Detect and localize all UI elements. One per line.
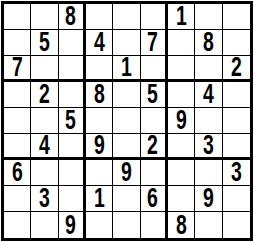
cell-r1c8[interactable] <box>195 4 222 30</box>
cell-r3c1[interactable]: 7 <box>4 56 31 82</box>
cell-r1c1[interactable] <box>4 4 31 30</box>
given-digit: 7 <box>147 30 158 56</box>
given-digit: 8 <box>65 4 76 30</box>
cell-r8c4[interactable]: 1 <box>86 186 113 212</box>
given-digit: 7 <box>12 56 23 81</box>
cell-r3c8[interactable] <box>195 56 222 82</box>
cell-r2c1[interactable] <box>4 30 31 56</box>
cell-r7c2[interactable] <box>31 160 58 186</box>
given-digit: 4 <box>39 134 50 159</box>
given-digit: 5 <box>65 108 76 134</box>
cell-r9c4[interactable] <box>86 212 113 238</box>
cell-r6c6[interactable]: 2 <box>141 134 168 160</box>
cell-r5c3[interactable]: 5 <box>59 108 86 134</box>
cell-r2c8[interactable]: 8 <box>195 30 222 56</box>
cell-r6c2[interactable]: 4 <box>31 134 58 160</box>
cell-r5c7[interactable]: 9 <box>168 108 195 134</box>
given-digit: 6 <box>12 160 23 186</box>
sudoku-page: 8154787122854594923693316998 <box>0 0 254 242</box>
cell-r8c9[interactable] <box>223 186 250 212</box>
given-digit: 3 <box>203 134 214 159</box>
given-digit: 5 <box>147 82 158 108</box>
cell-r1c5[interactable] <box>113 4 140 30</box>
cell-r7c9[interactable]: 3 <box>223 160 250 186</box>
cell-r9c8[interactable] <box>195 212 222 238</box>
cell-r2c2[interactable]: 5 <box>31 30 58 56</box>
cell-r9c2[interactable] <box>31 212 58 238</box>
cell-r7c1[interactable]: 6 <box>4 160 31 186</box>
cell-r4c2[interactable]: 2 <box>31 82 58 108</box>
given-digit: 9 <box>121 160 132 186</box>
given-digit: 4 <box>203 82 214 108</box>
cell-r7c8[interactable] <box>195 160 222 186</box>
cell-r6c1[interactable] <box>4 134 31 160</box>
cell-r3c2[interactable] <box>31 56 58 82</box>
cell-r7c5[interactable]: 9 <box>113 160 140 186</box>
cell-r1c9[interactable] <box>223 4 250 30</box>
cell-r8c8[interactable]: 9 <box>195 186 222 212</box>
cell-r4c5[interactable] <box>113 82 140 108</box>
cell-r6c9[interactable] <box>223 134 250 160</box>
cell-r7c6[interactable] <box>141 160 168 186</box>
given-digit: 8 <box>176 212 187 238</box>
cell-r6c3[interactable] <box>59 134 86 160</box>
cell-r6c5[interactable] <box>113 134 140 160</box>
cell-r4c6[interactable]: 5 <box>141 82 168 108</box>
cell-r5c1[interactable] <box>4 108 31 134</box>
cell-r5c6[interactable] <box>141 108 168 134</box>
given-digit: 2 <box>231 56 242 81</box>
cell-r5c9[interactable] <box>223 108 250 134</box>
cell-r9c1[interactable] <box>4 212 31 238</box>
cell-r3c7[interactable] <box>168 56 195 82</box>
cell-r1c2[interactable] <box>31 4 58 30</box>
given-digit: 4 <box>94 30 105 56</box>
cell-r8c6[interactable]: 6 <box>141 186 168 212</box>
cell-r3c3[interactable] <box>59 56 86 82</box>
cell-r1c4[interactable] <box>86 4 113 30</box>
given-digit: 9 <box>203 186 214 212</box>
cell-r1c3[interactable]: 8 <box>59 4 86 30</box>
cell-r8c3[interactable] <box>59 186 86 212</box>
given-digit: 1 <box>94 186 105 212</box>
cell-r9c5[interactable] <box>113 212 140 238</box>
cell-r8c5[interactable] <box>113 186 140 212</box>
cell-r8c7[interactable] <box>168 186 195 212</box>
cell-r6c4[interactable]: 9 <box>86 134 113 160</box>
cell-r3c5[interactable]: 1 <box>113 56 140 82</box>
cell-r5c8[interactable] <box>195 108 222 134</box>
cell-r4c8[interactable]: 4 <box>195 82 222 108</box>
given-digit: 8 <box>94 82 105 108</box>
cell-r9c6[interactable] <box>141 212 168 238</box>
cell-r4c9[interactable] <box>223 82 250 108</box>
cell-r2c9[interactable] <box>223 30 250 56</box>
cell-r2c4[interactable]: 4 <box>86 30 113 56</box>
cell-r3c9[interactable]: 2 <box>223 56 250 82</box>
cell-r4c7[interactable] <box>168 82 195 108</box>
cell-r8c1[interactable] <box>4 186 31 212</box>
given-digit: 1 <box>176 4 187 30</box>
cell-r5c5[interactable] <box>113 108 140 134</box>
cell-r1c6[interactable] <box>141 4 168 30</box>
given-digit: 9 <box>176 108 187 134</box>
given-digit: 3 <box>39 186 50 212</box>
cell-r7c7[interactable] <box>168 160 195 186</box>
cell-r7c3[interactable] <box>59 160 86 186</box>
cell-r3c6[interactable] <box>141 56 168 82</box>
cell-r2c3[interactable] <box>59 30 86 56</box>
cell-r2c6[interactable]: 7 <box>141 30 168 56</box>
cell-r4c3[interactable] <box>59 82 86 108</box>
cell-r5c4[interactable] <box>86 108 113 134</box>
cell-r1c7[interactable]: 1 <box>168 4 195 30</box>
cell-r7c4[interactable] <box>86 160 113 186</box>
given-digit: 8 <box>203 30 214 56</box>
cell-r3c4[interactable] <box>86 56 113 82</box>
cell-r9c7[interactable]: 8 <box>168 212 195 238</box>
given-digit: 9 <box>65 212 76 238</box>
cell-r2c7[interactable] <box>168 30 195 56</box>
given-digit: 1 <box>121 56 132 81</box>
given-digit: 5 <box>39 30 50 56</box>
cell-r8c2[interactable]: 3 <box>31 186 58 212</box>
cell-r6c7[interactable] <box>168 134 195 160</box>
cell-r2c5[interactable] <box>113 30 140 56</box>
given-digit: 3 <box>231 160 242 186</box>
cell-r9c3[interactable]: 9 <box>59 212 86 238</box>
cell-r4c1[interactable] <box>4 82 31 108</box>
given-digit: 2 <box>39 82 50 108</box>
cell-r6c8[interactable]: 3 <box>195 134 222 160</box>
cell-r9c9[interactable] <box>223 212 250 238</box>
sudoku-board: 8154787122854594923693316998 <box>1 1 253 241</box>
given-digit: 6 <box>147 186 158 212</box>
cell-r5c2[interactable] <box>31 108 58 134</box>
given-digit: 9 <box>94 134 105 159</box>
given-digit: 2 <box>147 134 158 159</box>
cell-r4c4[interactable]: 8 <box>86 82 113 108</box>
